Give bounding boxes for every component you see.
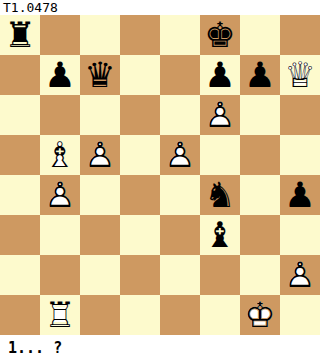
piece-black-king: ♚ [200,15,240,55]
square-h4[interactable]: ♟ [280,175,320,215]
square-e7[interactable] [160,55,200,95]
piece-glyph-outline: ♙ [160,135,200,175]
square-h8[interactable] [280,15,320,55]
square-d7[interactable] [120,55,160,95]
square-b6[interactable] [40,95,80,135]
piece-glyph: ♜ [0,15,40,55]
square-a5[interactable] [0,135,40,175]
square-g7[interactable]: ♟ [240,55,280,95]
square-e3[interactable] [160,215,200,255]
square-a6[interactable] [0,95,40,135]
square-c3[interactable] [80,215,120,255]
square-c8[interactable] [80,15,120,55]
piece-white-bishop: ♝♗ [40,135,80,175]
square-d8[interactable] [120,15,160,55]
square-g2[interactable] [240,255,280,295]
square-e6[interactable] [160,95,200,135]
piece-white-pawn: ♟♙ [200,95,240,135]
square-b3[interactable] [40,215,80,255]
square-a2[interactable] [0,255,40,295]
square-h2[interactable]: ♟♙ [280,255,320,295]
square-f4[interactable]: ♞ [200,175,240,215]
piece-glyph: ♟ [40,55,80,95]
piece-black-bishop: ♝ [200,215,240,255]
square-c4[interactable] [80,175,120,215]
square-c7[interactable]: ♛ [80,55,120,95]
square-d4[interactable] [120,175,160,215]
square-e4[interactable] [160,175,200,215]
square-b7[interactable]: ♟ [40,55,80,95]
piece-white-pawn: ♟♙ [80,135,120,175]
square-a1[interactable] [0,295,40,335]
piece-glyph: ♟ [280,175,320,215]
piece-glyph-outline: ♙ [280,255,320,295]
piece-black-knight: ♞ [200,175,240,215]
square-c2[interactable] [80,255,120,295]
square-c5[interactable]: ♟♙ [80,135,120,175]
piece-white-pawn: ♟♙ [280,255,320,295]
square-d5[interactable] [120,135,160,175]
puzzle-id: T1.0478 [0,0,320,15]
square-f3[interactable]: ♝ [200,215,240,255]
piece-white-queen: ♛♕ [280,55,320,95]
square-b8[interactable] [40,15,80,55]
piece-white-king: ♚♔ [240,295,280,335]
square-f1[interactable] [200,295,240,335]
piece-white-rook: ♜♖ [40,295,80,335]
piece-glyph: ♞ [200,175,240,215]
piece-glyph-outline: ♕ [280,55,320,95]
square-g3[interactable] [240,215,280,255]
square-c1[interactable] [80,295,120,335]
square-b1[interactable]: ♜♖ [40,295,80,335]
square-f5[interactable] [200,135,240,175]
square-h7[interactable]: ♛♕ [280,55,320,95]
square-g8[interactable] [240,15,280,55]
square-g4[interactable] [240,175,280,215]
piece-black-queen: ♛ [80,55,120,95]
square-f8[interactable]: ♚ [200,15,240,55]
square-e5[interactable]: ♟♙ [160,135,200,175]
square-f6[interactable]: ♟♙ [200,95,240,135]
piece-glyph-outline: ♖ [40,295,80,335]
square-h5[interactable] [280,135,320,175]
square-g5[interactable] [240,135,280,175]
square-d1[interactable] [120,295,160,335]
piece-glyph-outline: ♙ [40,175,80,215]
piece-black-pawn: ♟ [200,55,240,95]
square-a3[interactable] [0,215,40,255]
square-g1[interactable]: ♚♔ [240,295,280,335]
piece-glyph: ♝ [200,215,240,255]
square-e8[interactable] [160,15,200,55]
piece-black-pawn: ♟ [240,55,280,95]
square-d6[interactable] [120,95,160,135]
square-e2[interactable] [160,255,200,295]
square-g6[interactable] [240,95,280,135]
square-b4[interactable]: ♟♙ [40,175,80,215]
square-f2[interactable] [200,255,240,295]
square-a7[interactable] [0,55,40,95]
piece-glyph-outline: ♔ [240,295,280,335]
piece-glyph-outline: ♙ [200,95,240,135]
square-h6[interactable] [280,95,320,135]
square-h1[interactable] [280,295,320,335]
square-a8[interactable]: ♜ [0,15,40,55]
piece-glyph-outline: ♗ [40,135,80,175]
square-d2[interactable] [120,255,160,295]
chess-board: ♜♚♟♛♟♟♛♕♟♙♝♗♟♙♟♙♟♙♞♟♝♟♙♜♖♚♔ [0,15,320,335]
square-f7[interactable]: ♟ [200,55,240,95]
square-b2[interactable] [40,255,80,295]
square-a4[interactable] [0,175,40,215]
square-h3[interactable] [280,215,320,255]
piece-glyph: ♟ [240,55,280,95]
square-b5[interactable]: ♝♗ [40,135,80,175]
piece-black-pawn: ♟ [280,175,320,215]
piece-glyph: ♛ [80,55,120,95]
square-c6[interactable] [80,95,120,135]
piece-white-pawn: ♟♙ [160,135,200,175]
piece-white-pawn: ♟♙ [40,175,80,215]
square-d3[interactable] [120,215,160,255]
chess-puzzle-app: T1.0478 ♜♚♟♛♟♟♛♕♟♙♝♗♟♙♟♙♟♙♞♟♝♟♙♜♖♚♔ 1...… [0,0,320,360]
piece-glyph: ♚ [200,15,240,55]
piece-black-pawn: ♟ [40,55,80,95]
square-e1[interactable] [160,295,200,335]
piece-glyph: ♟ [200,55,240,95]
piece-glyph-outline: ♙ [80,135,120,175]
move-prompt: 1... ? [0,335,320,360]
piece-black-rook: ♜ [0,15,40,55]
